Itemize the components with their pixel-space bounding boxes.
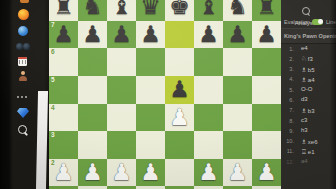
square-e6[interactable] [165,48,194,76]
move-row-8: 8.c3 [281,116,336,126]
move-row-5: 5.O-O [281,85,336,95]
piece-figurine-icon: ♖ [301,148,307,156]
square-d1[interactable]: ♛ [136,186,165,189]
square-c3[interactable] [107,131,136,159]
evaluation-label: Evaluation [284,19,310,25]
square-h2[interactable]: ♟ [252,159,281,187]
globe-icon[interactable] [18,26,28,36]
square-g2[interactable]: ♟ [223,159,252,187]
evaluation-row: Evaluation Lines [281,17,336,27]
black-pawn-d7[interactable]: ♟ [136,21,165,49]
square-d3[interactable] [136,131,165,159]
search-icon[interactable] [18,125,27,134]
square-a5[interactable]: 5 [49,76,78,104]
more-icon[interactable] [17,96,29,99]
opening-header: King's Pawn Opening [281,28,336,44]
square-e8[interactable]: ♚ [165,0,194,21]
firefox-icon[interactable] [18,9,29,20]
piece-figurine-icon: ♗ [301,107,307,115]
move-number: 6. [281,97,294,103]
square-d5[interactable] [136,76,165,104]
move-number: 4. [281,76,294,82]
black-bishop-f8[interactable]: ♝ [194,0,223,21]
black-pawn-b7[interactable]: ♟ [78,21,107,49]
move-row-7: 7.♗b3 [281,106,336,116]
piece-figurine-icon: ♗ [301,138,307,146]
square-f6[interactable] [194,48,223,76]
gem-icon[interactable] [17,108,29,118]
square-h3[interactable] [252,131,281,159]
white-knight-b1[interactable]: ♞ [78,186,107,189]
square-f2[interactable]: ♟ [194,159,223,187]
square-e1[interactable]: ♚ [165,186,194,189]
square-h6[interactable] [252,48,281,76]
square-a4[interactable]: 4 [49,104,78,132]
black-pawn-e5[interactable]: ♟ [165,76,194,104]
square-e5[interactable]: ♟ [165,76,194,104]
black-rook-a8[interactable]: ♜ [49,0,78,21]
white-pawn-d2[interactable]: ♟ [136,159,165,187]
black-knight-b8[interactable]: ♞ [78,0,107,21]
rank-label-2: 2 [51,160,55,167]
square-e4[interactable]: ♟ [165,104,194,132]
square-c2[interactable]: ♟ [107,159,136,187]
square-g5[interactable] [223,76,252,104]
square-b5[interactable] [78,76,107,104]
move-row-6: 6.d3 [281,95,336,105]
move-white-san[interactable]: h3 [301,127,308,133]
square-a6[interactable]: 6 [49,48,78,76]
square-h4[interactable] [252,104,281,132]
move-white-san[interactable]: ♘f3 [301,55,313,63]
square-b8[interactable]: ♞ [78,0,107,21]
move-white-san[interactable]: ♗xe6 [301,138,318,146]
move-white-san[interactable]: c3 [301,117,307,123]
move-number: 10. [281,138,294,144]
move-number: 9. [281,128,294,134]
square-d7[interactable]: ♟ [136,21,165,49]
square-a8[interactable]: ♜ [49,0,78,21]
square-f3[interactable] [194,131,223,159]
square-b1[interactable]: ♞ [78,186,107,189]
move-number: 7. [281,107,294,113]
black-knight-g8[interactable]: ♞ [223,0,252,21]
black-pawn-c7[interactable]: ♟ [107,21,136,49]
evaluation-toggle[interactable] [312,19,323,25]
move-number: 8. [281,118,294,124]
square-f8[interactable]: ♝ [194,0,223,21]
move-white-san[interactable]: O-O [301,86,312,92]
square-f1[interactable]: ♝ [194,186,223,189]
square-g4[interactable] [223,104,252,132]
square-h1[interactable]: ♜ [252,186,281,189]
rank-label-7: 7 [51,22,55,29]
square-c8[interactable]: ♝ [107,0,136,21]
move-row-3: 3.♗b5 [281,65,336,75]
white-rook-a1[interactable]: ♜ [49,186,78,189]
square-c6[interactable] [107,48,136,76]
square-a3[interactable]: 3 [49,131,78,159]
square-g7[interactable]: ♟ [223,21,252,49]
move-number: 11. [281,148,294,154]
contacts-icon[interactable] [18,71,28,81]
square-b2[interactable]: ♟ [78,159,107,187]
opening-name: King's Pawn Opening [284,33,336,39]
move-white-san[interactable]: a4 [301,158,308,164]
binoculars-icon[interactable] [16,43,30,51]
square-c1[interactable]: ♝ [107,186,136,189]
square-d8[interactable]: ♛ [136,0,165,21]
square-a2[interactable]: 2♟ [49,159,78,187]
black-pawn-h7[interactable]: ♟ [252,21,281,49]
move-row-12: 12.a4 [281,157,336,167]
white-strip [36,91,48,189]
white-rook-h1[interactable]: ♜ [252,186,281,189]
move-number: 3. [281,66,294,72]
square-c5[interactable] [107,76,136,104]
move-row-9: 9.h3 [281,126,336,136]
move-row-1: 1.e4 [281,44,336,54]
square-c7[interactable]: ♟ [107,21,136,49]
white-pawn-c2[interactable]: ♟ [107,159,136,187]
move-number: 1. [281,46,294,52]
move-row-4: 4.♗a4 [281,75,336,85]
square-g8[interactable]: ♞ [223,0,252,21]
white-pawn-g2[interactable]: ♟ [223,159,252,187]
square-e2[interactable] [165,159,194,187]
square-d4[interactable] [136,104,165,132]
piece-figurine-icon: ♗ [301,76,307,84]
move-number: 12. [281,159,294,165]
partial-app-icon[interactable] [20,0,29,3]
black-rook-h8[interactable]: ♜ [252,0,281,21]
square-d6[interactable] [136,48,165,76]
move-number: 2. [281,56,294,62]
piece-figurine-icon: ♗ [301,66,307,74]
square-a7[interactable]: 7♟ [49,21,78,49]
square-h7[interactable]: ♟ [252,21,281,49]
move-white-san[interactable]: ♗b5 [301,66,315,74]
black-pawn-f7[interactable]: ♟ [194,21,223,49]
white-pawn-b2[interactable]: ♟ [78,159,107,187]
square-g3[interactable] [223,131,252,159]
square-c4[interactable] [107,104,136,132]
white-queen-d1[interactable]: ♛ [136,186,165,189]
square-e7[interactable] [165,21,194,49]
square-b4[interactable] [78,104,107,132]
analysis-panel: Analysis Evaluation Lines King's Pawn Op… [281,0,336,189]
calendar-icon[interactable] [18,57,27,66]
square-e3[interactable] [165,131,194,159]
rank-label-3: 3 [51,132,55,139]
move-row-10: 10.♗xe6 [281,137,336,147]
square-b7[interactable]: ♟ [78,21,107,49]
move-white-san[interactable]: e4 [301,45,308,51]
square-d2[interactable]: ♟ [136,159,165,187]
chess-board[interactable]: ♜♞♝♛♚♝♞♜7♟♟♟♟♟♟♟65♟4♟32♟♟♟♟♟♟♟♜♞♝♛♚♝♞♜ [49,0,281,189]
move-row-2: 2.♘f3 [281,54,336,64]
square-h8[interactable]: ♜ [252,0,281,21]
white-pawn-f2[interactable]: ♟ [194,159,223,187]
square-a1[interactable]: ♜ [49,186,78,189]
white-bishop-c1[interactable]: ♝ [107,186,136,189]
tablet-screen: ♜♞♝♛♚♝♞♜7♟♟♟♟♟♟♟65♟4♟32♟♟♟♟♟♟♟♜♞♝♛♚♝♞♜ A… [0,0,336,189]
analysis-magnifier-icon [302,7,310,15]
square-f7[interactable]: ♟ [194,21,223,49]
square-f4[interactable] [194,104,223,132]
white-pawn-h2[interactable]: ♟ [252,159,281,187]
move-white-san[interactable]: ♗a4 [301,76,315,84]
rank-label-6: 6 [51,49,55,56]
move-number: 5. [281,87,294,93]
black-pawn-g7[interactable]: ♟ [223,21,252,49]
move-white-san[interactable]: ♖e1 [301,148,315,156]
white-knight-g1[interactable]: ♞ [223,186,252,189]
move-white-san[interactable]: ♗b3 [301,107,315,115]
move-list: 1.e42.♘f33.♗b54.♗a45.O-O6.d37.♗b38.c39.h… [281,44,336,168]
white-pawn-e4[interactable]: ♟ [165,104,194,132]
white-bishop-f1[interactable]: ♝ [194,186,223,189]
black-king-e8[interactable]: ♚ [165,0,194,21]
lines-label: Lines [326,19,336,25]
square-h5[interactable] [252,76,281,104]
move-row-11: 11.♖e1 [281,147,336,157]
square-b6[interactable] [78,48,107,76]
move-white-san[interactable]: d3 [301,96,308,102]
black-queen-d8[interactable]: ♛ [136,0,165,21]
square-b3[interactable] [78,131,107,159]
square-f5[interactable] [194,76,223,104]
black-bishop-c8[interactable]: ♝ [107,0,136,21]
white-king-e1[interactable]: ♚ [165,186,194,189]
square-g1[interactable]: ♞ [223,186,252,189]
rank-label-5: 5 [51,77,55,84]
square-g6[interactable] [223,48,252,76]
piece-figurine-icon: ♘ [301,55,307,63]
rank-label-4: 4 [51,105,55,112]
